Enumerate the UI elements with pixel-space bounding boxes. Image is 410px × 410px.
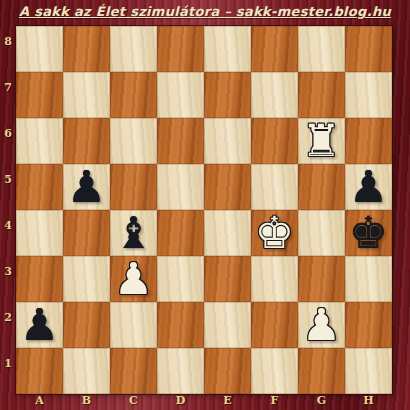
square-b2[interactable] [63, 302, 110, 348]
white-rook[interactable]: ♜ [302, 119, 341, 163]
square-e2[interactable] [204, 302, 251, 348]
square-d8[interactable] [157, 26, 204, 72]
white-king[interactable]: ♚ [255, 211, 294, 255]
square-g7[interactable] [298, 72, 345, 118]
rank-label-1: 1 [0, 340, 16, 386]
square-g1[interactable] [298, 348, 345, 394]
black-pawn[interactable]: ♟ [67, 165, 106, 209]
square-c3[interactable]: ♟ [110, 256, 157, 302]
rank-label-2: 2 [0, 294, 16, 340]
square-h7[interactable] [345, 72, 392, 118]
square-h2[interactable] [345, 302, 392, 348]
square-c1[interactable] [110, 348, 157, 394]
board-frame: A sakk az Élet szimulátora – sakk-mester… [0, 0, 410, 410]
square-a5[interactable] [16, 164, 63, 210]
square-a6[interactable] [16, 118, 63, 164]
square-f1[interactable] [251, 348, 298, 394]
square-f2[interactable] [251, 302, 298, 348]
square-f7[interactable] [251, 72, 298, 118]
square-e5[interactable] [204, 164, 251, 210]
square-a4[interactable] [16, 210, 63, 256]
square-h1[interactable] [345, 348, 392, 394]
square-e6[interactable] [204, 118, 251, 164]
black-king[interactable]: ♚ [349, 211, 388, 255]
square-d3[interactable] [157, 256, 204, 302]
chess-board: ♜♟♟♝♚♚♟♟♟ [16, 26, 392, 394]
square-h4[interactable]: ♚ [345, 210, 392, 256]
square-g5[interactable] [298, 164, 345, 210]
square-g8[interactable] [298, 26, 345, 72]
square-d4[interactable] [157, 210, 204, 256]
black-pawn[interactable]: ♟ [349, 165, 388, 209]
square-c4[interactable]: ♝ [110, 210, 157, 256]
square-d2[interactable] [157, 302, 204, 348]
square-b4[interactable] [63, 210, 110, 256]
file-label-h: H [345, 393, 392, 410]
square-f4[interactable]: ♚ [251, 210, 298, 256]
rank-labels: 87654321 [0, 26, 16, 394]
square-c2[interactable] [110, 302, 157, 348]
file-label-a: A [16, 393, 63, 410]
square-b5[interactable]: ♟ [63, 164, 110, 210]
rank-label-4: 4 [0, 202, 16, 248]
file-label-c: C [110, 393, 157, 410]
square-a8[interactable] [16, 26, 63, 72]
square-d1[interactable] [157, 348, 204, 394]
square-a2[interactable]: ♟ [16, 302, 63, 348]
file-label-d: D [157, 393, 204, 410]
square-g6[interactable]: ♜ [298, 118, 345, 164]
file-label-b: B [63, 393, 110, 410]
square-c8[interactable] [110, 26, 157, 72]
rank-label-8: 8 [0, 18, 16, 64]
square-h6[interactable] [345, 118, 392, 164]
square-d5[interactable] [157, 164, 204, 210]
square-f8[interactable] [251, 26, 298, 72]
square-f6[interactable] [251, 118, 298, 164]
square-c7[interactable] [110, 72, 157, 118]
square-h3[interactable] [345, 256, 392, 302]
square-c6[interactable] [110, 118, 157, 164]
square-d6[interactable] [157, 118, 204, 164]
square-a3[interactable] [16, 256, 63, 302]
square-e7[interactable] [204, 72, 251, 118]
square-a7[interactable] [16, 72, 63, 118]
white-pawn[interactable]: ♟ [302, 303, 341, 347]
file-labels: ABCDEFGH [16, 393, 392, 410]
rank-label-5: 5 [0, 156, 16, 202]
square-b6[interactable] [63, 118, 110, 164]
rank-label-6: 6 [0, 110, 16, 156]
square-g2[interactable]: ♟ [298, 302, 345, 348]
square-e8[interactable] [204, 26, 251, 72]
page-title: A sakk az Élet szimulátora – sakk-mester… [0, 4, 410, 19]
square-f5[interactable] [251, 164, 298, 210]
square-g3[interactable] [298, 256, 345, 302]
file-label-f: F [251, 393, 298, 410]
square-b3[interactable] [63, 256, 110, 302]
square-b8[interactable] [63, 26, 110, 72]
square-e1[interactable] [204, 348, 251, 394]
square-f3[interactable] [251, 256, 298, 302]
file-label-g: G [298, 393, 345, 410]
black-pawn[interactable]: ♟ [20, 303, 59, 347]
rank-label-3: 3 [0, 248, 16, 294]
square-b1[interactable] [63, 348, 110, 394]
square-e3[interactable] [204, 256, 251, 302]
square-h8[interactable] [345, 26, 392, 72]
square-e4[interactable] [204, 210, 251, 256]
square-d7[interactable] [157, 72, 204, 118]
square-h5[interactable]: ♟ [345, 164, 392, 210]
black-bishop[interactable]: ♝ [114, 211, 153, 255]
rank-label-7: 7 [0, 64, 16, 110]
white-pawn[interactable]: ♟ [114, 257, 153, 301]
square-b7[interactable] [63, 72, 110, 118]
square-c5[interactable] [110, 164, 157, 210]
square-g4[interactable] [298, 210, 345, 256]
square-a1[interactable] [16, 348, 63, 394]
file-label-e: E [204, 393, 251, 410]
